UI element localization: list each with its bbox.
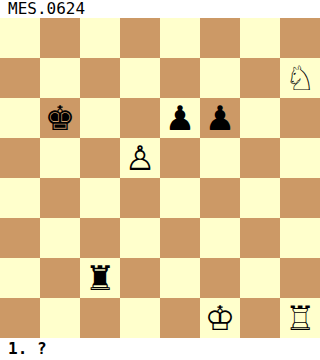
square-d5[interactable]: ♙ <box>120 138 160 178</box>
square-e7[interactable] <box>160 58 200 98</box>
square-f5[interactable] <box>200 138 240 178</box>
white-knight-h7[interactable]: ♘ <box>285 58 315 98</box>
square-f7[interactable] <box>200 58 240 98</box>
square-c7[interactable] <box>80 58 120 98</box>
white-rook-h1[interactable]: ♖ <box>285 298 315 338</box>
square-g8[interactable] <box>240 18 280 58</box>
square-a4[interactable] <box>0 178 40 218</box>
square-a3[interactable] <box>0 218 40 258</box>
black-pawn-f6[interactable]: ♟ <box>205 98 235 138</box>
square-b1[interactable] <box>40 298 80 338</box>
square-f6[interactable]: ♟ <box>200 98 240 138</box>
square-a7[interactable] <box>0 58 40 98</box>
square-e4[interactable] <box>160 178 200 218</box>
square-h8[interactable] <box>280 18 320 58</box>
square-b6[interactable]: ♚ <box>40 98 80 138</box>
move-prompt: 1. ? <box>0 338 320 360</box>
square-h7[interactable]: ♘ <box>280 58 320 98</box>
square-f4[interactable] <box>200 178 240 218</box>
square-c5[interactable] <box>80 138 120 178</box>
square-c4[interactable] <box>80 178 120 218</box>
square-b7[interactable] <box>40 58 80 98</box>
square-b3[interactable] <box>40 218 80 258</box>
square-g1[interactable] <box>240 298 280 338</box>
square-e3[interactable] <box>160 218 200 258</box>
square-g6[interactable] <box>240 98 280 138</box>
square-f8[interactable] <box>200 18 240 58</box>
square-d6[interactable] <box>120 98 160 138</box>
square-g2[interactable] <box>240 258 280 298</box>
black-pawn-e6[interactable]: ♟ <box>165 98 195 138</box>
square-b8[interactable] <box>40 18 80 58</box>
black-rook-c2[interactable]: ♜ <box>85 258 115 298</box>
square-g5[interactable] <box>240 138 280 178</box>
square-d8[interactable] <box>120 18 160 58</box>
square-b4[interactable] <box>40 178 80 218</box>
white-king-f1[interactable]: ♔ <box>205 298 235 338</box>
square-c8[interactable] <box>80 18 120 58</box>
square-c3[interactable] <box>80 218 120 258</box>
square-a8[interactable] <box>0 18 40 58</box>
square-a2[interactable] <box>0 258 40 298</box>
square-b5[interactable] <box>40 138 80 178</box>
square-e5[interactable] <box>160 138 200 178</box>
square-b2[interactable] <box>40 258 80 298</box>
square-f2[interactable] <box>200 258 240 298</box>
square-e1[interactable] <box>160 298 200 338</box>
square-c6[interactable] <box>80 98 120 138</box>
puzzle-title: MES.0624 <box>0 0 320 18</box>
square-f1[interactable]: ♔ <box>200 298 240 338</box>
square-g3[interactable] <box>240 218 280 258</box>
chess-board: ♘♚♟♟♙♜♔♖ <box>0 18 320 338</box>
square-d2[interactable] <box>120 258 160 298</box>
square-f3[interactable] <box>200 218 240 258</box>
black-king-b6[interactable]: ♚ <box>45 98 75 138</box>
square-h4[interactable] <box>280 178 320 218</box>
square-e2[interactable] <box>160 258 200 298</box>
square-g7[interactable] <box>240 58 280 98</box>
square-a6[interactable] <box>0 98 40 138</box>
chess-puzzle-app: MES.0624 ♘♚♟♟♙♜♔♖ 1. ? <box>0 0 320 360</box>
square-h5[interactable] <box>280 138 320 178</box>
square-h6[interactable] <box>280 98 320 138</box>
square-g4[interactable] <box>240 178 280 218</box>
square-c2[interactable]: ♜ <box>80 258 120 298</box>
square-h2[interactable] <box>280 258 320 298</box>
square-e8[interactable] <box>160 18 200 58</box>
square-a1[interactable] <box>0 298 40 338</box>
square-a5[interactable] <box>0 138 40 178</box>
square-d1[interactable] <box>120 298 160 338</box>
square-d3[interactable] <box>120 218 160 258</box>
square-e6[interactable]: ♟ <box>160 98 200 138</box>
square-d4[interactable] <box>120 178 160 218</box>
white-pawn-d5[interactable]: ♙ <box>125 138 155 178</box>
square-d7[interactable] <box>120 58 160 98</box>
square-h1[interactable]: ♖ <box>280 298 320 338</box>
square-c1[interactable] <box>80 298 120 338</box>
square-h3[interactable] <box>280 218 320 258</box>
